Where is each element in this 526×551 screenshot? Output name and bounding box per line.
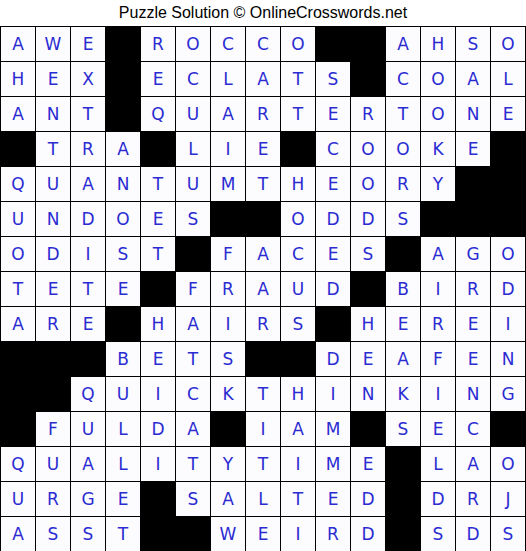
letter-cell-r15c15: S	[491, 517, 525, 551]
letter-cell-r4c2: T	[36, 132, 70, 166]
letter-cell-r7c2: D	[36, 237, 70, 271]
page-title: Puzzle Solution © OnlineCrosswords.net	[119, 4, 407, 22]
letter-cell-r1c12: A	[386, 27, 420, 61]
letter-cell-r7c8: A	[246, 237, 280, 271]
letter-cell-r13c4: L	[106, 447, 140, 481]
title-bar: Puzzle Solution © OnlineCrosswords.net	[0, 0, 526, 26]
letter-cell-r7c7: F	[211, 237, 245, 271]
letter-cell-r5c13: Y	[421, 167, 455, 201]
letter-cell-r11c3: Q	[71, 377, 105, 411]
letter-cell-r5c12: R	[386, 167, 420, 201]
letter-cell-r15c2: S	[36, 517, 70, 551]
letter-cell-r10c5: E	[141, 342, 175, 376]
letter-cell-r4c6: L	[176, 132, 210, 166]
letter-cell-r12c14: C	[456, 412, 490, 446]
letter-cell-r15c4: T	[106, 517, 140, 551]
letter-cell-r15c8: E	[246, 517, 280, 551]
letter-cell-r1c13: H	[421, 27, 455, 61]
letter-cell-r3c12: T	[386, 97, 420, 131]
letter-cell-r12c13: E	[421, 412, 455, 446]
letter-cell-r11c14: N	[456, 377, 490, 411]
black-cell-r6c14	[456, 202, 490, 236]
black-cell-r9c10	[316, 307, 350, 341]
letter-cell-r13c6: T	[176, 447, 210, 481]
black-cell-r14c12	[386, 482, 420, 516]
black-cell-r6c15	[491, 202, 525, 236]
black-cell-r7c6	[176, 237, 210, 271]
letter-cell-r14c14: R	[456, 482, 490, 516]
letter-cell-r7c3: I	[71, 237, 105, 271]
letter-cell-r12c8: I	[246, 412, 280, 446]
letter-cell-r13c7: Y	[211, 447, 245, 481]
letter-cell-r1c7: C	[211, 27, 245, 61]
letter-cell-r13c1: Q	[1, 447, 35, 481]
letter-cell-r13c9: I	[281, 447, 315, 481]
letter-cell-r8c10: D	[316, 272, 350, 306]
letter-cell-r9c6: A	[176, 307, 210, 341]
crossword-grid: AWEROCCOAHSOHEXECLATSCOALANTQUARTERTONET…	[0, 26, 526, 551]
letter-cell-r5c4: N	[106, 167, 140, 201]
letter-cell-r1c14: S	[456, 27, 490, 61]
letter-cell-r1c1: A	[1, 27, 35, 61]
letter-cell-r2c9: T	[281, 62, 315, 96]
letter-cell-r10c10: D	[316, 342, 350, 376]
letter-cell-r9c8: R	[246, 307, 280, 341]
black-cell-r15c12	[386, 517, 420, 551]
letter-cell-r8c14: R	[456, 272, 490, 306]
letter-cell-r14c1: U	[1, 482, 35, 516]
black-cell-r10c8	[246, 342, 280, 376]
letter-cell-r11c12: K	[386, 377, 420, 411]
letter-cell-r1c3: E	[71, 27, 105, 61]
letter-cell-r6c5: E	[141, 202, 175, 236]
letter-cell-r9c12: E	[386, 307, 420, 341]
letter-cell-r15c10: R	[316, 517, 350, 551]
black-cell-r10c9	[281, 342, 315, 376]
letter-cell-r2c15: L	[491, 62, 525, 96]
letter-cell-r3c9: T	[281, 97, 315, 131]
letter-cell-r10c13: F	[421, 342, 455, 376]
letter-cell-r4c10: C	[316, 132, 350, 166]
letter-cell-r12c4: L	[106, 412, 140, 446]
black-cell-r12c15	[491, 412, 525, 446]
black-cell-r8c5	[141, 272, 175, 306]
black-cell-r15c5	[141, 517, 175, 551]
letter-cell-r14c3: G	[71, 482, 105, 516]
letter-cell-r13c5: I	[141, 447, 175, 481]
letter-cell-r8c2: E	[36, 272, 70, 306]
letter-cell-r5c1: Q	[1, 167, 35, 201]
letter-cell-r5c11: O	[351, 167, 385, 201]
letter-cell-r9c13: R	[421, 307, 455, 341]
letter-cell-r2c2: E	[36, 62, 70, 96]
letter-cell-r9c15: I	[491, 307, 525, 341]
letter-cell-r3c7: A	[211, 97, 245, 131]
letter-cell-r10c11: E	[351, 342, 385, 376]
letter-cell-r14c2: R	[36, 482, 70, 516]
letter-cell-r9c7: I	[211, 307, 245, 341]
letter-cell-r5c10: E	[316, 167, 350, 201]
letter-cell-r11c15: G	[491, 377, 525, 411]
letter-cell-r4c13: K	[421, 132, 455, 166]
letter-cell-r5c5: T	[141, 167, 175, 201]
letter-cell-r14c11: D	[351, 482, 385, 516]
letter-cell-r8c9: U	[281, 272, 315, 306]
black-cell-r10c3	[71, 342, 105, 376]
letter-cell-r15c9: I	[281, 517, 315, 551]
letter-cell-r9c14: E	[456, 307, 490, 341]
black-cell-r6c13	[421, 202, 455, 236]
letter-cell-r7c11: S	[351, 237, 385, 271]
letter-cell-r3c3: T	[71, 97, 105, 131]
letter-cell-r11c8: T	[246, 377, 280, 411]
letter-cell-r6c6: S	[176, 202, 210, 236]
letter-cell-r4c14: E	[456, 132, 490, 166]
letter-cell-r12c10: M	[316, 412, 350, 446]
letter-cell-r10c6: T	[176, 342, 210, 376]
letter-cell-r1c2: W	[36, 27, 70, 61]
black-cell-r4c15	[491, 132, 525, 166]
letter-cell-r11c5: I	[141, 377, 175, 411]
letter-cell-r3c14: N	[456, 97, 490, 131]
letter-cell-r6c3: D	[71, 202, 105, 236]
letter-cell-r5c7: M	[211, 167, 245, 201]
letter-cell-r15c11: D	[351, 517, 385, 551]
letter-cell-r8c8: A	[246, 272, 280, 306]
letter-cell-r6c2: N	[36, 202, 70, 236]
letter-cell-r9c1: A	[1, 307, 35, 341]
letter-cell-r11c10: I	[316, 377, 350, 411]
letter-cell-r11c7: K	[211, 377, 245, 411]
letter-cell-r5c8: T	[246, 167, 280, 201]
letter-cell-r14c9: T	[281, 482, 315, 516]
letter-cell-r1c6: O	[176, 27, 210, 61]
black-cell-r11c2	[36, 377, 70, 411]
black-cell-r7c12	[386, 237, 420, 271]
letter-cell-r3c13: O	[421, 97, 455, 131]
letter-cell-r7c14: G	[456, 237, 490, 271]
black-cell-r4c9	[281, 132, 315, 166]
letter-cell-r10c15: N	[491, 342, 525, 376]
letter-cell-r8c6: F	[176, 272, 210, 306]
letter-cell-r2c6: C	[176, 62, 210, 96]
letter-cell-r8c4: E	[106, 272, 140, 306]
letter-cell-r6c11: D	[351, 202, 385, 236]
letter-cell-r3c8: R	[246, 97, 280, 131]
letter-cell-r7c1: O	[1, 237, 35, 271]
letter-cell-r7c13: A	[421, 237, 455, 271]
letter-cell-r4c12: O	[386, 132, 420, 166]
letter-cell-r2c5: E	[141, 62, 175, 96]
letter-cell-r11c6: C	[176, 377, 210, 411]
letter-cell-r11c4: U	[106, 377, 140, 411]
letter-cell-r11c11: N	[351, 377, 385, 411]
letter-cell-r12c3: U	[71, 412, 105, 446]
letter-cell-r8c1: T	[1, 272, 35, 306]
letter-cell-r9c9: S	[281, 307, 315, 341]
black-cell-r15c6	[176, 517, 210, 551]
letter-cell-r1c15: O	[491, 27, 525, 61]
black-cell-r14c5	[141, 482, 175, 516]
black-cell-r4c5	[141, 132, 175, 166]
letter-cell-r13c10: M	[316, 447, 350, 481]
letter-cell-r7c4: S	[106, 237, 140, 271]
letter-cell-r13c13: L	[421, 447, 455, 481]
letter-cell-r13c14: A	[456, 447, 490, 481]
black-cell-r1c4	[106, 27, 140, 61]
letter-cell-r4c4: A	[106, 132, 140, 166]
letter-cell-r7c15: O	[491, 237, 525, 271]
letter-cell-r4c3: R	[71, 132, 105, 166]
letter-cell-r9c11: H	[351, 307, 385, 341]
black-cell-r2c4	[106, 62, 140, 96]
letter-cell-r9c2: R	[36, 307, 70, 341]
letter-cell-r13c3: A	[71, 447, 105, 481]
black-cell-r3c4	[106, 97, 140, 131]
letter-cell-r2c1: H	[1, 62, 35, 96]
letter-cell-r10c4: B	[106, 342, 140, 376]
black-cell-r10c1	[1, 342, 35, 376]
puzzle-solution-page: Puzzle Solution © OnlineCrosswords.net A…	[0, 0, 526, 551]
letter-cell-r12c12: S	[386, 412, 420, 446]
letter-cell-r14c15: J	[491, 482, 525, 516]
letter-cell-r10c12: A	[386, 342, 420, 376]
letter-cell-r6c12: S	[386, 202, 420, 236]
letter-cell-r2c10: S	[316, 62, 350, 96]
letter-cell-r12c5: D	[141, 412, 175, 446]
letter-cell-r14c6: S	[176, 482, 210, 516]
black-cell-r6c8	[246, 202, 280, 236]
black-cell-r2c11	[351, 62, 385, 96]
letter-cell-r8c7: R	[211, 272, 245, 306]
letter-cell-r1c5: R	[141, 27, 175, 61]
letter-cell-r14c13: D	[421, 482, 455, 516]
letter-cell-r7c10: E	[316, 237, 350, 271]
letter-cell-r6c9: O	[281, 202, 315, 236]
letter-cell-r2c3: X	[71, 62, 105, 96]
letter-cell-r7c9: C	[281, 237, 315, 271]
letter-cell-r14c10: E	[316, 482, 350, 516]
letter-cell-r5c6: U	[176, 167, 210, 201]
letter-cell-r15c13: S	[421, 517, 455, 551]
letter-cell-r1c8: C	[246, 27, 280, 61]
letter-cell-r14c7: A	[211, 482, 245, 516]
black-cell-r13c12	[386, 447, 420, 481]
black-cell-r6c7	[211, 202, 245, 236]
black-cell-r12c1	[1, 412, 35, 446]
letter-cell-r11c9: H	[281, 377, 315, 411]
letter-cell-r13c2: U	[36, 447, 70, 481]
letter-cell-r12c9: A	[281, 412, 315, 446]
letter-cell-r8c13: I	[421, 272, 455, 306]
letter-cell-r6c1: U	[1, 202, 35, 236]
letter-cell-r13c8: T	[246, 447, 280, 481]
letter-cell-r13c11: E	[351, 447, 385, 481]
letter-cell-r12c2: F	[36, 412, 70, 446]
letter-cell-r2c8: A	[246, 62, 280, 96]
letter-cell-r13c15: O	[491, 447, 525, 481]
black-cell-r12c7	[211, 412, 245, 446]
letter-cell-r2c12: C	[386, 62, 420, 96]
letter-cell-r9c3: E	[71, 307, 105, 341]
letter-cell-r15c7: W	[211, 517, 245, 551]
black-cell-r1c11	[351, 27, 385, 61]
black-cell-r12c11	[351, 412, 385, 446]
letter-cell-r8c15: D	[491, 272, 525, 306]
letter-cell-r9c5: H	[141, 307, 175, 341]
letter-cell-r7c5: T	[141, 237, 175, 271]
letter-cell-r3c5: Q	[141, 97, 175, 131]
letter-cell-r3c10: E	[316, 97, 350, 131]
letter-cell-r1c9: O	[281, 27, 315, 61]
letter-cell-r12c6: A	[176, 412, 210, 446]
black-cell-r1c10	[316, 27, 350, 61]
black-cell-r5c15	[491, 167, 525, 201]
letter-cell-r2c7: L	[211, 62, 245, 96]
letter-cell-r14c8: L	[246, 482, 280, 516]
letter-cell-r3c6: U	[176, 97, 210, 131]
black-cell-r4c1	[1, 132, 35, 166]
letter-cell-r10c7: S	[211, 342, 245, 376]
black-cell-r10c2	[36, 342, 70, 376]
letter-cell-r5c2: U	[36, 167, 70, 201]
letter-cell-r3c1: A	[1, 97, 35, 131]
letter-cell-r8c12: B	[386, 272, 420, 306]
black-cell-r8c11	[351, 272, 385, 306]
letter-cell-r5c9: H	[281, 167, 315, 201]
letter-cell-r8c3: T	[71, 272, 105, 306]
letter-cell-r15c14: D	[456, 517, 490, 551]
letter-cell-r4c7: I	[211, 132, 245, 166]
letter-cell-r2c14: A	[456, 62, 490, 96]
letter-cell-r4c8: E	[246, 132, 280, 166]
letter-cell-r10c14: E	[456, 342, 490, 376]
letter-cell-r11c13: I	[421, 377, 455, 411]
letter-cell-r6c4: O	[106, 202, 140, 236]
letter-cell-r14c4: E	[106, 482, 140, 516]
letter-cell-r4c11: O	[351, 132, 385, 166]
letter-cell-r6c10: D	[316, 202, 350, 236]
black-cell-r11c1	[1, 377, 35, 411]
letter-cell-r3c2: N	[36, 97, 70, 131]
letter-cell-r3c15: E	[491, 97, 525, 131]
letter-cell-r15c3: S	[71, 517, 105, 551]
black-cell-r9c4	[106, 307, 140, 341]
letter-cell-r15c1: A	[1, 517, 35, 551]
letter-cell-r2c13: O	[421, 62, 455, 96]
letter-cell-r3c11: R	[351, 97, 385, 131]
letter-cell-r5c3: A	[71, 167, 105, 201]
black-cell-r5c14	[456, 167, 490, 201]
